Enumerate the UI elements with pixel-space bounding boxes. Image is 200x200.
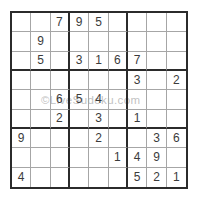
- given-digit: 1: [114, 150, 121, 164]
- cell-r5c5[interactable]: 4: [89, 90, 108, 109]
- cell-r3c6[interactable]: 6: [109, 52, 128, 71]
- cell-r3c9[interactable]: [167, 52, 186, 71]
- cell-r3c4[interactable]: 3: [70, 52, 89, 71]
- cell-r9c5[interactable]: [89, 168, 108, 187]
- sudoku-puzzle-image: ©LiveSudoku.com 795953167326542319236149…: [0, 0, 200, 200]
- given-digit: 1: [173, 170, 180, 184]
- cell-r3c3[interactable]: [51, 52, 70, 71]
- cell-r1c6[interactable]: [109, 13, 128, 32]
- cell-r7c6[interactable]: [109, 129, 128, 148]
- cell-r5c2[interactable]: [31, 90, 50, 109]
- cell-r8c8[interactable]: 9: [147, 148, 166, 167]
- cell-r1c5[interactable]: 5: [89, 13, 108, 32]
- cell-r4c8[interactable]: [147, 71, 166, 90]
- cell-r7c2[interactable]: [31, 129, 50, 148]
- cell-r6c5[interactable]: 3: [89, 110, 108, 129]
- given-digit: 5: [95, 15, 102, 29]
- cell-r4c2[interactable]: [31, 71, 50, 90]
- cell-r1c3[interactable]: 7: [51, 13, 70, 32]
- cell-r4c1[interactable]: [12, 71, 31, 90]
- given-digit: 2: [56, 111, 63, 125]
- cell-r5c7[interactable]: [128, 90, 147, 109]
- cell-r7c7[interactable]: [128, 129, 147, 148]
- given-digit: 2: [153, 170, 160, 184]
- cell-r8c6[interactable]: 1: [109, 148, 128, 167]
- cell-r9c9[interactable]: 1: [167, 168, 186, 187]
- sudoku-board: 7959531673265423192361494521: [10, 11, 188, 189]
- cell-r1c9[interactable]: [167, 13, 186, 32]
- cell-r8c7[interactable]: 4: [128, 148, 147, 167]
- cell-r3c8[interactable]: [147, 52, 166, 71]
- cell-r2c2[interactable]: 9: [31, 32, 50, 51]
- given-digit: 2: [173, 73, 180, 87]
- given-digit: 5: [76, 92, 83, 106]
- cell-r3c5[interactable]: 1: [89, 52, 108, 71]
- given-digit: 5: [37, 53, 44, 67]
- cell-r6c7[interactable]: 1: [128, 110, 147, 129]
- cell-r1c7[interactable]: [128, 13, 147, 32]
- cell-r1c8[interactable]: [147, 13, 166, 32]
- given-digit: 3: [134, 73, 141, 87]
- given-digit: 9: [37, 34, 44, 48]
- cell-r4c3[interactable]: [51, 71, 70, 90]
- cell-r5c6[interactable]: [109, 90, 128, 109]
- cell-r9c1[interactable]: 4: [12, 168, 31, 187]
- cell-r2c6[interactable]: [109, 32, 128, 51]
- cell-r4c7[interactable]: 3: [128, 71, 147, 90]
- given-digit: 7: [134, 53, 141, 67]
- cell-r5c8[interactable]: [147, 90, 166, 109]
- given-digit: 6: [114, 53, 121, 67]
- cell-r5c4[interactable]: 5: [70, 90, 89, 109]
- given-digit: 1: [134, 111, 141, 125]
- cell-r8c5[interactable]: [89, 148, 108, 167]
- given-digit: 3: [76, 53, 83, 67]
- given-digit: 9: [18, 131, 25, 145]
- cell-r5c9[interactable]: [167, 90, 186, 109]
- cell-r7c4[interactable]: [70, 129, 89, 148]
- given-digit: 6: [56, 92, 63, 106]
- given-digit: 6: [173, 131, 180, 145]
- cell-r2c7[interactable]: [128, 32, 147, 51]
- cell-r6c6[interactable]: [109, 110, 128, 129]
- given-digit: 1: [95, 53, 102, 67]
- cell-r5c1[interactable]: [12, 90, 31, 109]
- cell-r2c4[interactable]: [70, 32, 89, 51]
- cell-r6c9[interactable]: [167, 110, 186, 129]
- cell-r2c8[interactable]: [147, 32, 166, 51]
- cell-r3c7[interactable]: 7: [128, 52, 147, 71]
- given-digit: 4: [18, 170, 25, 184]
- cell-r7c9[interactable]: 6: [167, 129, 186, 148]
- cell-r8c2[interactable]: [31, 148, 50, 167]
- cell-r7c5[interactable]: 2: [89, 129, 108, 148]
- cell-r6c3[interactable]: 2: [51, 110, 70, 129]
- cell-r6c1[interactable]: [12, 110, 31, 129]
- given-digit: 3: [153, 131, 160, 145]
- given-digit: 9: [76, 15, 83, 29]
- cell-r7c3[interactable]: [51, 129, 70, 148]
- cell-r6c2[interactable]: [31, 110, 50, 129]
- cell-r2c5[interactable]: [89, 32, 108, 51]
- cell-r1c4[interactable]: 9: [70, 13, 89, 32]
- cell-r6c4[interactable]: [70, 110, 89, 129]
- cell-r4c9[interactable]: 2: [167, 71, 186, 90]
- cell-r9c3[interactable]: [51, 168, 70, 187]
- cell-r9c4[interactable]: [70, 168, 89, 187]
- cell-r9c2[interactable]: [31, 168, 50, 187]
- cell-r3c2[interactable]: 5: [31, 52, 50, 71]
- cell-r8c3[interactable]: [51, 148, 70, 167]
- cell-r1c2[interactable]: [31, 13, 50, 32]
- cell-r2c9[interactable]: [167, 32, 186, 51]
- cell-r9c8[interactable]: 2: [147, 168, 166, 187]
- cell-r4c5[interactable]: [89, 71, 108, 90]
- cell-r2c1[interactable]: [12, 32, 31, 51]
- given-digit: 5: [134, 170, 141, 184]
- cell-r9c7[interactable]: 5: [128, 168, 147, 187]
- cell-r3c1[interactable]: [12, 52, 31, 71]
- cell-r6c8[interactable]: [147, 110, 166, 129]
- cell-r2c3[interactable]: [51, 32, 70, 51]
- given-digit: 9: [153, 150, 160, 164]
- given-digit: 4: [95, 92, 102, 106]
- cell-r1c1[interactable]: [12, 13, 31, 32]
- cell-r9c6[interactable]: [109, 168, 128, 187]
- given-digit: 4: [134, 150, 141, 164]
- cell-r7c8[interactable]: 3: [147, 129, 166, 148]
- given-digit: 3: [95, 111, 102, 125]
- given-digit: 7: [56, 15, 63, 29]
- cell-r8c9[interactable]: [167, 148, 186, 167]
- cell-r7c1[interactable]: 9: [12, 129, 31, 148]
- cell-r5c3[interactable]: 6: [51, 90, 70, 109]
- given-digit: 2: [95, 131, 102, 145]
- cell-r8c4[interactable]: [70, 148, 89, 167]
- cell-r8c1[interactable]: [12, 148, 31, 167]
- cell-r4c4[interactable]: [70, 71, 89, 90]
- cell-r4c6[interactable]: [109, 71, 128, 90]
